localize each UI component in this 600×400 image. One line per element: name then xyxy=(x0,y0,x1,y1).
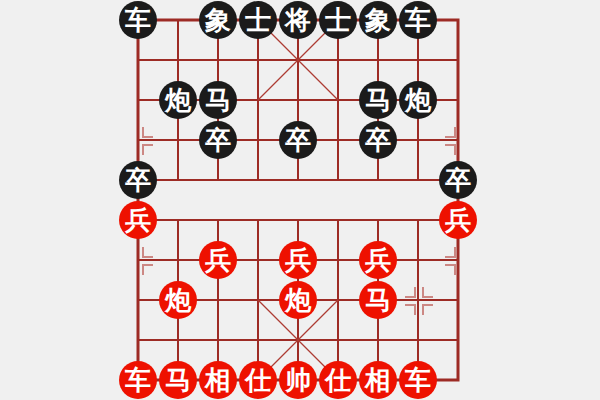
piece-black-elephant[interactable]: 象 xyxy=(199,1,237,39)
point-marker-bracket xyxy=(405,287,416,298)
point-marker-bracket xyxy=(422,287,433,298)
point-marker-bracket xyxy=(445,264,456,275)
piece-red-chariot[interactable]: 车 xyxy=(119,361,157,399)
piece-red-soldier[interactable]: 兵 xyxy=(119,201,157,239)
piece-black-soldier[interactable]: 卒 xyxy=(439,161,477,199)
piece-black-horse[interactable]: 马 xyxy=(199,81,237,119)
piece-red-soldier[interactable]: 兵 xyxy=(439,201,477,239)
board-grid xyxy=(0,0,600,400)
piece-black-cannon[interactable]: 炮 xyxy=(399,81,437,119)
piece-black-advisor[interactable]: 士 xyxy=(319,1,357,39)
piece-red-elephant[interactable]: 相 xyxy=(199,361,237,399)
point-marker-bracket xyxy=(445,144,456,155)
piece-red-horse[interactable]: 马 xyxy=(159,361,197,399)
piece-black-chariot[interactable]: 车 xyxy=(119,1,157,39)
piece-red-general[interactable]: 帅 xyxy=(279,361,317,399)
piece-black-soldier[interactable]: 卒 xyxy=(279,121,317,159)
piece-black-horse[interactable]: 马 xyxy=(359,81,397,119)
point-marker-bracket xyxy=(142,144,153,155)
piece-black-soldier[interactable]: 卒 xyxy=(119,161,157,199)
piece-black-elephant[interactable]: 象 xyxy=(359,1,397,39)
piece-red-cannon[interactable]: 炮 xyxy=(159,281,197,319)
piece-red-horse[interactable]: 马 xyxy=(359,281,397,319)
piece-red-chariot[interactable]: 车 xyxy=(399,361,437,399)
piece-black-chariot[interactable]: 车 xyxy=(399,1,437,39)
piece-black-soldier[interactable]: 卒 xyxy=(359,121,397,159)
piece-red-advisor[interactable]: 仕 xyxy=(319,361,357,399)
piece-red-soldier[interactable]: 兵 xyxy=(359,241,397,279)
piece-red-cannon[interactable]: 炮 xyxy=(279,281,317,319)
point-marker-bracket xyxy=(445,127,456,138)
point-marker-bracket xyxy=(405,304,416,315)
piece-red-elephant[interactable]: 相 xyxy=(359,361,397,399)
piece-black-advisor[interactable]: 士 xyxy=(239,1,277,39)
point-marker-bracket xyxy=(422,304,433,315)
point-marker-bracket xyxy=(142,127,153,138)
piece-red-soldier[interactable]: 兵 xyxy=(279,241,317,279)
piece-red-advisor[interactable]: 仕 xyxy=(239,361,277,399)
piece-red-soldier[interactable]: 兵 xyxy=(199,241,237,279)
point-marker-bracket xyxy=(445,247,456,258)
point-marker-bracket xyxy=(142,247,153,258)
piece-black-cannon[interactable]: 炮 xyxy=(159,81,197,119)
piece-black-soldier[interactable]: 卒 xyxy=(199,121,237,159)
xiangqi-board-screenshot: 车象士将士象车炮马马炮卒卒卒卒卒兵兵兵兵兵炮炮马车马相仕帅仕相车 xyxy=(0,0,600,400)
point-marker-bracket xyxy=(142,264,153,275)
piece-black-general[interactable]: 将 xyxy=(279,1,317,39)
